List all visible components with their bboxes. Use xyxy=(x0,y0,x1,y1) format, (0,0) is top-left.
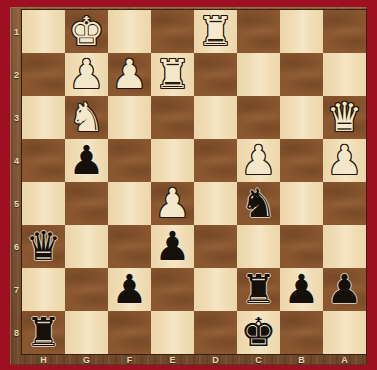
white-rook[interactable]: ♜ xyxy=(198,11,234,51)
square-c5[interactable]: ♞ xyxy=(237,182,280,225)
square-d7[interactable] xyxy=(194,268,237,311)
square-d8[interactable] xyxy=(194,311,237,354)
square-a7[interactable]: ♟ xyxy=(323,268,366,311)
square-h5[interactable] xyxy=(22,182,65,225)
square-e5[interactable]: ♟ xyxy=(151,182,194,225)
file-label-h: H xyxy=(22,354,65,366)
square-d2[interactable] xyxy=(194,53,237,96)
square-f3[interactable] xyxy=(108,96,151,139)
square-d5[interactable] xyxy=(194,182,237,225)
square-a4[interactable]: ♟ xyxy=(323,139,366,182)
file-label-b: B xyxy=(280,354,323,366)
square-b5[interactable] xyxy=(280,182,323,225)
square-g7[interactable] xyxy=(65,268,108,311)
square-d3[interactable] xyxy=(194,96,237,139)
white-pawn[interactable]: ♟ xyxy=(327,140,363,180)
file-labels: HGFEDCBA xyxy=(22,354,366,366)
white-rook[interactable]: ♜ xyxy=(155,54,191,94)
rank-label-6: 6 xyxy=(11,225,22,268)
square-b1[interactable] xyxy=(280,10,323,53)
square-b6[interactable] xyxy=(280,225,323,268)
black-pawn[interactable]: ♟ xyxy=(327,269,363,309)
square-e4[interactable] xyxy=(151,139,194,182)
square-g6[interactable] xyxy=(65,225,108,268)
square-e3[interactable] xyxy=(151,96,194,139)
white-king[interactable]: ♚ xyxy=(69,11,105,51)
square-h6[interactable]: ♛ xyxy=(22,225,65,268)
square-h1[interactable] xyxy=(22,10,65,53)
black-knight[interactable]: ♞ xyxy=(241,183,277,223)
square-e2[interactable]: ♜ xyxy=(151,53,194,96)
rank-label-3: 3 xyxy=(11,96,22,139)
rank-label-1: 1 xyxy=(11,10,22,53)
black-rook[interactable]: ♜ xyxy=(26,312,62,352)
square-a5[interactable] xyxy=(323,182,366,225)
rank-label-8: 8 xyxy=(11,311,22,354)
white-pawn[interactable]: ♟ xyxy=(241,140,277,180)
black-pawn[interactable]: ♟ xyxy=(284,269,320,309)
file-label-c: C xyxy=(237,354,280,366)
square-e1[interactable] xyxy=(151,10,194,53)
square-b4[interactable] xyxy=(280,139,323,182)
square-b3[interactable] xyxy=(280,96,323,139)
black-pawn[interactable]: ♟ xyxy=(112,269,148,309)
black-king[interactable]: ♚ xyxy=(241,312,277,352)
square-d6[interactable] xyxy=(194,225,237,268)
square-c2[interactable] xyxy=(237,53,280,96)
white-knight[interactable]: ♞ xyxy=(69,97,105,137)
file-label-e: E xyxy=(151,354,194,366)
square-f2[interactable]: ♟ xyxy=(108,53,151,96)
board-frame: 12345678 ♚♜♟♟♜♞♛♟♟♟♟♞♛♟♟♜♟♟♜♚ HGFEDCBA xyxy=(10,7,367,365)
square-b8[interactable] xyxy=(280,311,323,354)
square-f7[interactable]: ♟ xyxy=(108,268,151,311)
rank-labels: 12345678 xyxy=(11,10,22,354)
black-queen[interactable]: ♛ xyxy=(26,226,62,266)
rank-label-7: 7 xyxy=(11,268,22,311)
rank-label-2: 2 xyxy=(11,53,22,96)
square-g2[interactable]: ♟ xyxy=(65,53,108,96)
rank-label-4: 4 xyxy=(11,139,22,182)
square-c8[interactable]: ♚ xyxy=(237,311,280,354)
square-g3[interactable]: ♞ xyxy=(65,96,108,139)
rank-label-5: 5 xyxy=(11,182,22,225)
black-pawn[interactable]: ♟ xyxy=(69,140,105,180)
square-a1[interactable] xyxy=(323,10,366,53)
file-label-d: D xyxy=(194,354,237,366)
square-c3[interactable] xyxy=(237,96,280,139)
square-f5[interactable] xyxy=(108,182,151,225)
white-pawn[interactable]: ♟ xyxy=(112,54,148,94)
square-c4[interactable]: ♟ xyxy=(237,139,280,182)
square-b2[interactable] xyxy=(280,53,323,96)
square-f8[interactable] xyxy=(108,311,151,354)
square-d4[interactable] xyxy=(194,139,237,182)
square-a3[interactable]: ♛ xyxy=(323,96,366,139)
file-label-f: F xyxy=(108,354,151,366)
chess-board: ♚♜♟♟♜♞♛♟♟♟♟♞♛♟♟♜♟♟♜♚ xyxy=(22,10,366,354)
square-a8[interactable] xyxy=(323,311,366,354)
square-h8[interactable]: ♜ xyxy=(22,311,65,354)
square-c6[interactable] xyxy=(237,225,280,268)
file-label-a: A xyxy=(323,354,366,366)
square-g4[interactable]: ♟ xyxy=(65,139,108,182)
square-a6[interactable] xyxy=(323,225,366,268)
square-h3[interactable] xyxy=(22,96,65,139)
square-a2[interactable] xyxy=(323,53,366,96)
square-g5[interactable] xyxy=(65,182,108,225)
white-pawn[interactable]: ♟ xyxy=(69,54,105,94)
square-g8[interactable] xyxy=(65,311,108,354)
square-c7[interactable]: ♜ xyxy=(237,268,280,311)
black-rook[interactable]: ♜ xyxy=(241,269,277,309)
square-h2[interactable] xyxy=(22,53,65,96)
square-f4[interactable] xyxy=(108,139,151,182)
square-b7[interactable]: ♟ xyxy=(280,268,323,311)
white-queen[interactable]: ♛ xyxy=(327,97,363,137)
white-pawn[interactable]: ♟ xyxy=(155,183,191,223)
square-e6[interactable]: ♟ xyxy=(151,225,194,268)
square-f1[interactable] xyxy=(108,10,151,53)
square-d1[interactable]: ♜ xyxy=(194,10,237,53)
square-g1[interactable]: ♚ xyxy=(65,10,108,53)
chessboard-screenshot: 12345678 ♚♜♟♟♜♞♛♟♟♟♟♞♛♟♟♜♟♟♜♚ HGFEDCBA xyxy=(0,0,377,370)
file-label-g: G xyxy=(65,354,108,366)
square-e8[interactable] xyxy=(151,311,194,354)
square-e7[interactable] xyxy=(151,268,194,311)
square-h7[interactable] xyxy=(22,268,65,311)
black-pawn[interactable]: ♟ xyxy=(155,226,191,266)
square-c1[interactable] xyxy=(237,10,280,53)
square-h4[interactable] xyxy=(22,139,65,182)
square-f6[interactable] xyxy=(108,225,151,268)
